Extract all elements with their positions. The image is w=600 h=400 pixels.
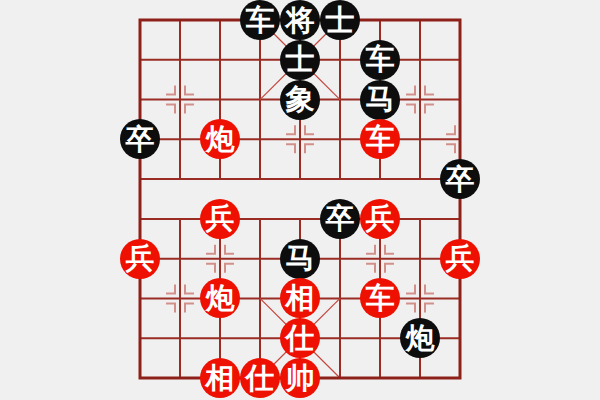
piece-black-chariot[interactable]: 车	[360, 40, 400, 80]
piece-black-elephant[interactable]: 象	[280, 80, 320, 120]
piece-black-general[interactable]: 将	[280, 0, 320, 40]
piece-black-soldier[interactable]: 卒	[120, 119, 160, 159]
piece-red-soldier[interactable]: 兵	[440, 239, 480, 279]
piece-red-chariot[interactable]: 车	[360, 278, 400, 318]
piece-black-soldier[interactable]: 卒	[440, 159, 480, 199]
piece-black-horse[interactable]: 马	[280, 239, 320, 279]
piece-red-soldier[interactable]: 兵	[200, 199, 240, 239]
piece-red-advisor[interactable]: 仕	[240, 358, 280, 398]
xiangqi-board-screen: 车将士士车象马卒炮车卒卒兵兵兵马兵炮相车仕炮相仕帅	[0, 0, 600, 400]
piece-black-cannon[interactable]: 炮	[400, 318, 440, 358]
piece-red-general[interactable]: 帅	[280, 358, 320, 398]
piece-red-elephant[interactable]: 相	[200, 358, 240, 398]
piece-black-chariot[interactable]: 车	[240, 0, 280, 40]
piece-red-soldier[interactable]: 兵	[120, 239, 160, 279]
piece-red-cannon[interactable]: 炮	[200, 119, 240, 159]
piece-black-advisor[interactable]: 士	[280, 40, 320, 80]
piece-red-elephant[interactable]: 相	[280, 278, 320, 318]
piece-black-advisor[interactable]: 士	[320, 0, 360, 40]
piece-red-chariot[interactable]: 车	[360, 119, 400, 159]
piece-red-cannon[interactable]: 炮	[200, 278, 240, 318]
pieces-layer: 车将士士车象马卒炮车卒卒兵兵兵马兵炮相车仕炮相仕帅	[0, 0, 600, 400]
piece-red-advisor[interactable]: 仕	[280, 318, 320, 358]
piece-black-soldier[interactable]: 卒	[320, 199, 360, 239]
piece-red-soldier[interactable]: 兵	[360, 199, 400, 239]
piece-black-horse[interactable]: 马	[360, 80, 400, 120]
